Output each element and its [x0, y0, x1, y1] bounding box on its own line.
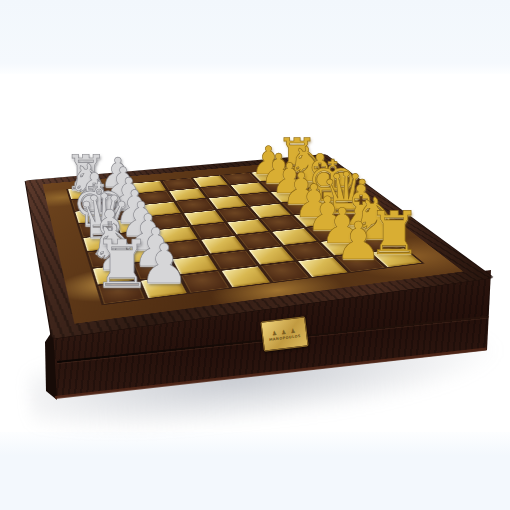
- chessboard: [68, 168, 421, 304]
- background-band-top: [0, 0, 510, 74]
- board-square-light: [222, 267, 270, 288]
- board-square-dark: [182, 271, 229, 292]
- brand-plate: ♟ ♟ ♟ MANOPOULOS: [260, 316, 308, 351]
- background-band-bottom: [0, 432, 510, 510]
- board-square-light: [141, 276, 188, 298]
- board-square-dark: [98, 281, 144, 303]
- chess-set-photo: ♟ ♟ ♟ MANOPOULOS ♜♞♝♛♚♝♞♜♟♟♟♟♟♟♟♟♟♟♟♟♟♟♟…: [0, 0, 510, 510]
